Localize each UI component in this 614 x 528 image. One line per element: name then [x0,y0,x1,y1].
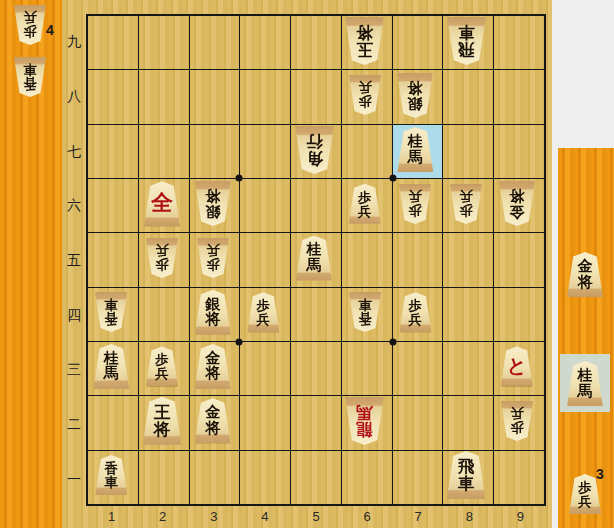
board-square-5-4[interactable] [291,288,341,341]
board-square-6-7[interactable] [342,125,392,178]
piece-kanji: 龍馬 [356,404,374,438]
sente-hand-stand: 歩兵 4 香車 [0,0,62,528]
board-square-7-9[interactable] [393,16,443,69]
board-square-7-3[interactable] [393,342,443,395]
file-label-1: 1 [86,509,137,527]
board-square-3-9[interactable] [190,16,240,69]
board-square-2-8[interactable] [139,70,189,123]
board-square-3-1[interactable] [190,451,240,504]
board-square-4-3[interactable] [240,342,290,395]
file-label-2: 2 [137,509,188,527]
hoshi-dot [236,175,243,182]
shogi-app: 歩兵 4 香車 九八七六五四三二一 123456789 玉将飛車歩兵銀将角行桂馬… [0,0,614,528]
rank-label-一: 一 [62,471,86,489]
board-square-6-5[interactable] [342,233,392,286]
hand-piece-sente-lance[interactable]: 香車 [13,57,47,97]
board-square-4-5[interactable] [240,233,290,286]
piece-kanji: 角行 [305,132,323,166]
board-square-8-5[interactable] [443,233,493,286]
piece-kanji: 桂馬 [306,242,322,273]
file-label-9: 9 [495,509,546,527]
file-label-5: 5 [290,509,341,527]
board-square-4-9[interactable] [240,16,290,69]
board-square-9-9[interactable] [494,16,544,69]
piece-kanji: 銀将 [205,188,221,219]
board-square-8-7[interactable] [443,125,493,178]
piece-kanji: 銀将 [407,80,423,111]
file-label-7: 7 [393,509,444,527]
rank-label-五: 五 [62,252,86,270]
board-square-2-7[interactable] [139,125,189,178]
piece-kanji: 王将 [153,404,171,438]
board-square-8-4[interactable] [443,288,493,341]
piece-kanji: 全 [150,192,173,215]
board-square-5-3[interactable] [291,342,341,395]
board-square-4-8[interactable] [240,70,290,123]
piece-kanji: 桂馬 [103,351,119,382]
hand-count-gote-pawn: 3 [596,466,604,482]
board-square-2-9[interactable] [139,16,189,69]
piece-kanji: 歩兵 [205,244,220,272]
board-square-4-7[interactable] [240,125,290,178]
board-square-1-6[interactable] [88,179,138,232]
piece-kanji: 歩兵 [578,480,593,508]
file-label-3: 3 [188,509,239,527]
piece-kanji: 歩兵 [256,298,271,326]
piece-kanji: 銀将 [205,297,221,328]
file-label-4: 4 [239,509,290,527]
piece-kanji: と [506,356,527,376]
piece-kanji: 歩兵 [509,407,524,435]
board-square-3-7[interactable] [190,125,240,178]
board-square-7-1[interactable] [393,451,443,504]
rank-label-八: 八 [62,88,86,106]
piece-kanji: 金将 [577,259,593,290]
board-square-4-1[interactable] [240,451,290,504]
board-square-9-1[interactable] [494,451,544,504]
hoshi-dot [390,339,397,346]
board-square-1-8[interactable] [88,70,138,123]
piece-kanji: 飛車 [457,24,475,58]
rank-label-七: 七 [62,143,86,161]
board-square-5-2[interactable] [291,396,341,449]
board-square-3-8[interactable] [190,70,240,123]
board-square-6-3[interactable] [342,342,392,395]
piece-kanji: 飛車 [457,458,475,492]
piece-kanji: 歩兵 [357,190,372,218]
board-square-1-9[interactable] [88,16,138,69]
board-square-9-4[interactable] [494,288,544,341]
board-square-9-8[interactable] [494,70,544,123]
board-square-8-2[interactable] [443,396,493,449]
piece-kanji: 歩兵 [408,190,423,218]
board-square-5-6[interactable] [291,179,341,232]
board-square-4-6[interactable] [240,179,290,232]
rank-label-九: 九 [62,33,86,51]
piece-kanji: 歩兵 [459,190,474,218]
rank-label-六: 六 [62,197,86,215]
board-margin: 九八七六五四三二一 123456789 玉将飛車歩兵銀将角行桂馬全銀将歩兵歩兵歩… [62,0,552,528]
board-square-5-8[interactable] [291,70,341,123]
board-square-6-1[interactable] [342,451,392,504]
piece-kanji: 香車 [23,63,38,91]
rank-label-二: 二 [62,416,86,434]
piece-kanji: 歩兵 [357,81,372,109]
board-square-1-7[interactable] [88,125,138,178]
board-square-2-1[interactable] [139,451,189,504]
piece-kanji: 歩兵 [155,352,170,380]
board-square-5-1[interactable] [291,451,341,504]
hand-count-sente-pawn: 4 [46,22,54,38]
board-square-2-4[interactable] [139,288,189,341]
piece-kanji: 桂馬 [577,368,593,399]
rank-label-三: 三 [62,361,86,379]
piece-kanji: 香車 [357,298,372,326]
board-square-8-3[interactable] [443,342,493,395]
file-label-8: 8 [444,509,495,527]
piece-kanji: 香車 [104,298,119,326]
board-square-9-5[interactable] [494,233,544,286]
hoshi-dot [390,175,397,182]
piece-kanji: 金将 [205,351,221,382]
board-square-4-2[interactable] [240,396,290,449]
hand-piece-sente-pawn[interactable]: 歩兵 [13,5,47,45]
right-panel: 金将 桂馬 歩兵 3 [552,0,614,528]
piece-kanji: 金将 [509,188,525,219]
board-square-5-9[interactable] [291,16,341,69]
board-square-1-2[interactable] [88,396,138,449]
piece-kanji: 香車 [104,461,119,489]
board-square-9-7[interactable] [494,125,544,178]
board-square-7-2[interactable] [393,396,443,449]
gote-hand-stand [558,148,614,528]
piece-kanji: 金将 [205,405,221,436]
piece-kanji: 玉将 [356,24,374,58]
rank-label-四: 四 [62,307,86,325]
board-square-7-5[interactable] [393,233,443,286]
board-square-8-8[interactable] [443,70,493,123]
file-label-6: 6 [342,509,393,527]
hoshi-dot [236,339,243,346]
piece-kanji: 歩兵 [23,11,38,39]
piece-kanji: 桂馬 [407,134,423,165]
board-square-1-5[interactable] [88,233,138,286]
piece-kanji: 歩兵 [155,244,170,272]
piece-kanji: 歩兵 [408,298,423,326]
